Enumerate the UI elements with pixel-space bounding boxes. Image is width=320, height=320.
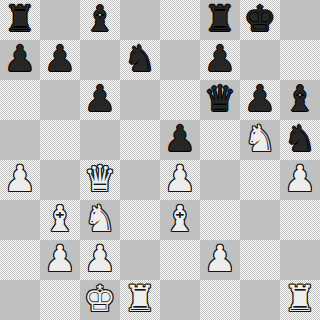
white-pawn: ♟ xyxy=(284,160,316,199)
square-h6[interactable]: ♝ xyxy=(280,80,320,120)
white-queen: ♛ xyxy=(84,160,116,199)
square-f6[interactable]: ♛ xyxy=(200,80,240,120)
white-rook: ♜ xyxy=(284,280,316,319)
square-f4[interactable] xyxy=(200,160,240,200)
square-h1[interactable]: ♜ xyxy=(280,280,320,320)
square-e7[interactable] xyxy=(160,40,200,80)
square-h4[interactable]: ♟ xyxy=(280,160,320,200)
black-pawn: ♟ xyxy=(44,40,76,79)
square-e1[interactable] xyxy=(160,280,200,320)
chess-board: ♜♝♜♚♟♟♞♟♟♛♟♝♟♞♞♟♛♟♟♝♞♝♟♟♟♚♜♜ xyxy=(0,0,320,320)
black-rook: ♜ xyxy=(204,0,236,39)
square-b3[interactable]: ♝ xyxy=(40,200,80,240)
square-g2[interactable] xyxy=(240,240,280,280)
square-g6[interactable]: ♟ xyxy=(240,80,280,120)
square-b2[interactable]: ♟ xyxy=(40,240,80,280)
square-c2[interactable]: ♟ xyxy=(80,240,120,280)
square-d7[interactable]: ♞ xyxy=(120,40,160,80)
square-f7[interactable]: ♟ xyxy=(200,40,240,80)
square-c8[interactable]: ♝ xyxy=(80,0,120,40)
square-h7[interactable] xyxy=(280,40,320,80)
black-bishop: ♝ xyxy=(284,80,316,119)
square-e8[interactable] xyxy=(160,0,200,40)
square-b6[interactable] xyxy=(40,80,80,120)
square-a4[interactable]: ♟ xyxy=(0,160,40,200)
square-e6[interactable] xyxy=(160,80,200,120)
square-a7[interactable]: ♟ xyxy=(0,40,40,80)
white-knight: ♞ xyxy=(244,120,276,159)
square-h5[interactable]: ♞ xyxy=(280,120,320,160)
black-queen: ♛ xyxy=(204,80,236,119)
square-h2[interactable] xyxy=(280,240,320,280)
square-g7[interactable] xyxy=(240,40,280,80)
square-h8[interactable] xyxy=(280,0,320,40)
black-pawn: ♟ xyxy=(204,40,236,79)
square-f5[interactable] xyxy=(200,120,240,160)
chess-app-window: ♜♝♜♚♟♟♞♟♟♛♟♝♟♞♞♟♛♟♟♝♞♝♟♟♟♚♜♜ xyxy=(0,0,320,320)
square-c5[interactable] xyxy=(80,120,120,160)
square-e2[interactable] xyxy=(160,240,200,280)
white-pawn: ♟ xyxy=(164,160,196,199)
square-d8[interactable] xyxy=(120,0,160,40)
square-c1[interactable]: ♚ xyxy=(80,280,120,320)
black-pawn: ♟ xyxy=(164,120,196,159)
square-f8[interactable]: ♜ xyxy=(200,0,240,40)
square-e4[interactable]: ♟ xyxy=(160,160,200,200)
white-knight: ♞ xyxy=(84,200,116,239)
square-b4[interactable] xyxy=(40,160,80,200)
square-f1[interactable] xyxy=(200,280,240,320)
black-pawn: ♟ xyxy=(244,80,276,119)
white-bishop: ♝ xyxy=(164,200,196,239)
white-pawn: ♟ xyxy=(4,160,36,199)
square-e5[interactable]: ♟ xyxy=(160,120,200,160)
square-a2[interactable] xyxy=(0,240,40,280)
square-d4[interactable] xyxy=(120,160,160,200)
square-a5[interactable] xyxy=(0,120,40,160)
white-pawn: ♟ xyxy=(84,240,116,279)
square-g4[interactable] xyxy=(240,160,280,200)
square-c4[interactable]: ♛ xyxy=(80,160,120,200)
square-d3[interactable] xyxy=(120,200,160,240)
square-g8[interactable]: ♚ xyxy=(240,0,280,40)
black-knight: ♞ xyxy=(124,40,156,79)
square-b8[interactable] xyxy=(40,0,80,40)
square-e3[interactable]: ♝ xyxy=(160,200,200,240)
black-pawn: ♟ xyxy=(4,40,36,79)
black-bishop: ♝ xyxy=(84,0,116,39)
black-pawn: ♟ xyxy=(84,80,116,119)
square-c6[interactable]: ♟ xyxy=(80,80,120,120)
square-a8[interactable]: ♜ xyxy=(0,0,40,40)
square-d5[interactable] xyxy=(120,120,160,160)
square-g5[interactable]: ♞ xyxy=(240,120,280,160)
square-g3[interactable] xyxy=(240,200,280,240)
black-knight: ♞ xyxy=(284,120,316,159)
square-f3[interactable] xyxy=(200,200,240,240)
white-rook: ♜ xyxy=(124,280,156,319)
square-a3[interactable] xyxy=(0,200,40,240)
white-pawn: ♟ xyxy=(204,240,236,279)
white-pawn: ♟ xyxy=(44,240,76,279)
square-a1[interactable] xyxy=(0,280,40,320)
square-a6[interactable] xyxy=(0,80,40,120)
square-h3[interactable] xyxy=(280,200,320,240)
square-b1[interactable] xyxy=(40,280,80,320)
white-bishop: ♝ xyxy=(44,200,76,239)
square-g1[interactable] xyxy=(240,280,280,320)
square-b5[interactable] xyxy=(40,120,80,160)
white-king: ♚ xyxy=(84,280,116,319)
square-c7[interactable] xyxy=(80,40,120,80)
square-b7[interactable]: ♟ xyxy=(40,40,80,80)
square-f2[interactable]: ♟ xyxy=(200,240,240,280)
square-c3[interactable]: ♞ xyxy=(80,200,120,240)
black-king: ♚ xyxy=(244,0,276,39)
square-d2[interactable] xyxy=(120,240,160,280)
square-d6[interactable] xyxy=(120,80,160,120)
black-rook: ♜ xyxy=(4,0,36,39)
square-d1[interactable]: ♜ xyxy=(120,280,160,320)
